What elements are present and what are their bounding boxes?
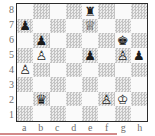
square-b2[interactable]: ♛ — [33, 92, 49, 107]
square-d5[interactable] — [66, 48, 82, 63]
square-e5[interactable]: ♟ — [82, 48, 98, 63]
square-h6[interactable] — [131, 33, 147, 48]
square-b8[interactable] — [33, 4, 49, 19]
file-label-g: g — [121, 123, 126, 133]
chess-diagram: 87654321 ♜♟♕♟♚♙♟♙♟♙♛♙♔ abcdefgh — [0, 0, 155, 136]
square-a8[interactable] — [17, 4, 33, 19]
square-d8[interactable] — [66, 4, 82, 19]
square-c5[interactable] — [50, 48, 66, 63]
file-label-a: a — [22, 123, 26, 133]
square-b4[interactable] — [33, 63, 49, 78]
rank-label-8: 8 — [9, 5, 14, 15]
square-d2[interactable] — [66, 92, 82, 107]
square-c8[interactable] — [50, 4, 66, 19]
rank-label-3: 3 — [9, 80, 14, 90]
page-underline-rule — [0, 133, 117, 135]
rank-label-6: 6 — [9, 35, 14, 45]
square-f4[interactable] — [98, 63, 114, 78]
square-f8[interactable] — [98, 4, 114, 19]
piece-black-rook[interactable]: ♜ — [84, 5, 96, 18]
piece-black-pawn[interactable]: ♟ — [36, 34, 48, 47]
square-e6[interactable] — [82, 33, 98, 48]
file-label-e: e — [88, 123, 92, 133]
square-c1[interactable] — [50, 106, 66, 121]
square-b3[interactable] — [33, 77, 49, 92]
square-e1[interactable] — [82, 106, 98, 121]
square-f7[interactable] — [98, 19, 114, 34]
square-g8[interactable] — [115, 4, 131, 19]
square-c2[interactable] — [50, 92, 66, 107]
square-h3[interactable] — [131, 77, 147, 92]
square-b7[interactable] — [33, 19, 49, 34]
piece-white-king[interactable]: ♔ — [117, 93, 129, 106]
piece-black-pawn[interactable]: ♟ — [133, 49, 145, 62]
chess-board: ♜♟♕♟♚♙♟♙♟♙♛♙♔ — [16, 3, 148, 122]
rank-label-1: 1 — [9, 110, 14, 120]
square-f1[interactable] — [98, 106, 114, 121]
square-f6[interactable] — [98, 33, 114, 48]
square-e8[interactable]: ♜ — [82, 4, 98, 19]
square-h2[interactable] — [131, 92, 147, 107]
square-a3[interactable] — [17, 77, 33, 92]
square-d6[interactable] — [66, 33, 82, 48]
square-d4[interactable] — [66, 63, 82, 78]
rank-label-4: 4 — [9, 65, 14, 75]
square-b5[interactable]: ♙ — [33, 48, 49, 63]
square-h5[interactable]: ♟ — [131, 48, 147, 63]
square-c6[interactable] — [50, 33, 66, 48]
rank-label-2: 2 — [9, 95, 14, 105]
square-c3[interactable] — [50, 77, 66, 92]
square-a2[interactable] — [17, 92, 33, 107]
file-label-h: h — [137, 123, 142, 133]
square-b1[interactable] — [33, 106, 49, 121]
piece-black-pawn[interactable]: ♟ — [84, 49, 96, 62]
square-e7[interactable]: ♕ — [82, 19, 98, 34]
square-g7[interactable] — [115, 19, 131, 34]
square-g5[interactable]: ♙ — [115, 48, 131, 63]
file-label-d: d — [71, 123, 76, 133]
square-d1[interactable] — [66, 106, 82, 121]
file-label-b: b — [38, 123, 43, 133]
square-g3[interactable] — [115, 77, 131, 92]
piece-white-pawn[interactable]: ♙ — [19, 63, 31, 76]
square-g4[interactable] — [115, 63, 131, 78]
piece-white-pawn[interactable]: ♙ — [117, 49, 129, 62]
square-g1[interactable] — [115, 106, 131, 121]
square-a6[interactable] — [17, 33, 33, 48]
square-a1[interactable] — [17, 106, 33, 121]
square-a7[interactable]: ♟ — [17, 19, 33, 34]
rank-labels: 87654321 — [0, 3, 14, 122]
piece-white-pawn[interactable]: ♙ — [101, 93, 113, 106]
square-e4[interactable] — [82, 63, 98, 78]
square-a4[interactable]: ♙ — [17, 63, 33, 78]
piece-white-queen[interactable]: ♕ — [84, 19, 96, 32]
square-g6[interactable]: ♚ — [115, 33, 131, 48]
file-label-c: c — [55, 123, 59, 133]
square-c7[interactable] — [50, 19, 66, 34]
square-h7[interactable] — [131, 19, 147, 34]
piece-white-pawn[interactable]: ♙ — [36, 49, 48, 62]
square-g2[interactable]: ♔ — [115, 92, 131, 107]
square-d3[interactable] — [66, 77, 82, 92]
square-a5[interactable] — [17, 48, 33, 63]
square-e2[interactable] — [82, 92, 98, 107]
square-h4[interactable] — [131, 63, 147, 78]
rank-label-7: 7 — [9, 20, 14, 30]
square-h1[interactable] — [131, 106, 147, 121]
square-d7[interactable] — [66, 19, 82, 34]
square-h8[interactable] — [131, 4, 147, 19]
file-label-f: f — [105, 123, 108, 133]
square-f3[interactable] — [98, 77, 114, 92]
piece-black-king[interactable]: ♚ — [117, 34, 129, 47]
file-labels: abcdefgh — [16, 123, 148, 133]
piece-black-pawn[interactable]: ♟ — [19, 19, 31, 32]
piece-black-queen[interactable]: ♛ — [36, 93, 48, 106]
square-c4[interactable] — [50, 63, 66, 78]
square-b6[interactable]: ♟ — [33, 33, 49, 48]
square-f2[interactable]: ♙ — [98, 92, 114, 107]
square-f5[interactable] — [98, 48, 114, 63]
rank-label-5: 5 — [9, 50, 14, 60]
square-e3[interactable] — [82, 77, 98, 92]
